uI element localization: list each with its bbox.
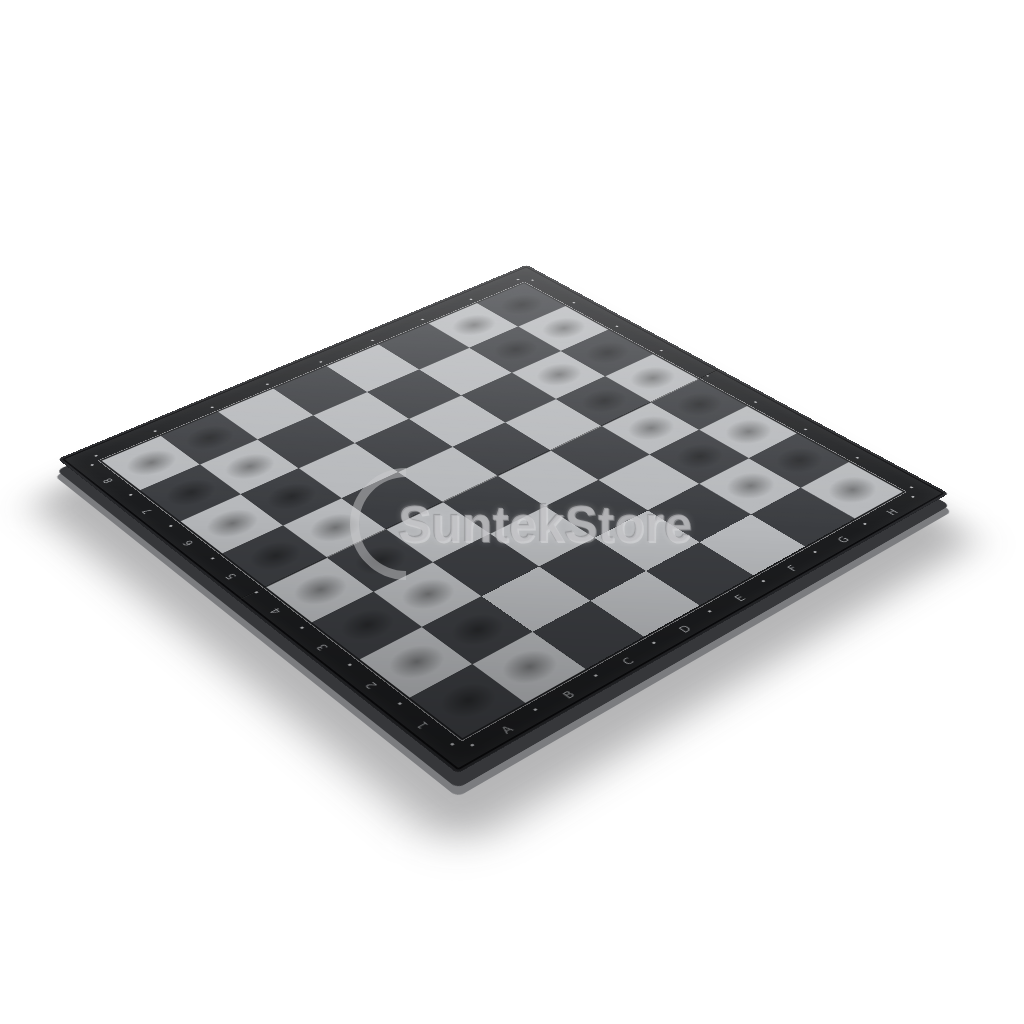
perspective-stage: ♚♟♟♛♞♟♟♞♝♟♟♜♝♟♟♟♛♟♟♞♞♟♟♝♜♟♟♚♜♟♝ 87654321… — [0, 0, 1024, 1024]
silver-bishop-glyph: ♝ — [804, 387, 900, 494]
frame-rivet — [909, 486, 913, 488]
product-photo-scene: ♚♟♟♛♞♟♟♞♝♟♟♜♝♟♟♟♛♟♟♞♞♟♟♝♜♟♟♚♜♟♝ 87654321… — [0, 0, 1024, 1024]
gold-rook-glyph: ♜ — [424, 608, 511, 705]
frame-rivet — [319, 361, 323, 363]
frame-rivet — [371, 339, 375, 341]
frame-rivet — [421, 319, 425, 321]
silver-pawn-glyph: ♟ — [721, 423, 781, 490]
frame-rivet — [265, 383, 269, 385]
chess-board: ♚♟♟♛♞♟♟♞♝♟♟♜♝♟♟♟♛♟♟♞♞♟♟♝♜♟♟♚♜♟♝ 87654321… — [58, 265, 949, 774]
silver-pawn-glyph: ♟ — [670, 395, 728, 460]
board-grid: ♚♟♟♛♞♟♟♞♝♟♟♜♝♟♟♟♛♟♟♞♞♟♟♝♜♟♟♚♜♟♝ — [102, 283, 903, 738]
